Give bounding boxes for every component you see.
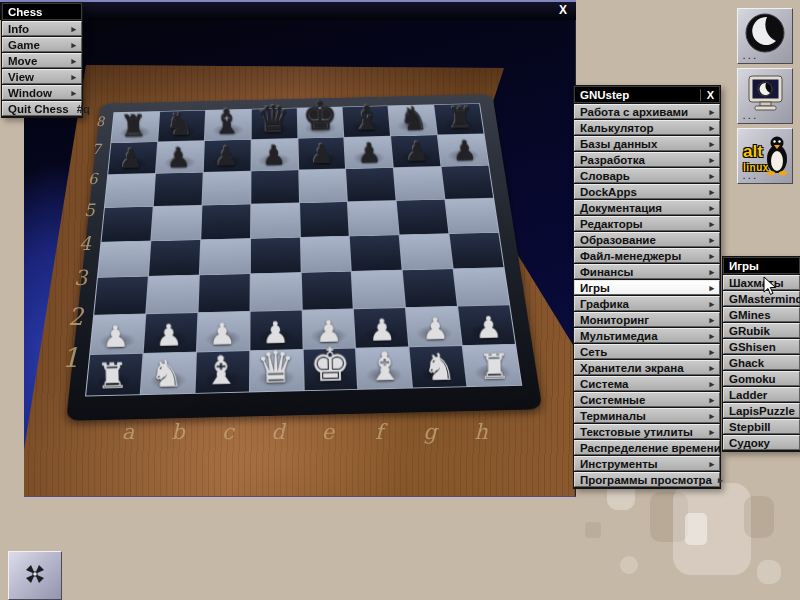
menu-item-шахматы[interactable]: Шахматы: [723, 275, 800, 290]
square-f5[interactable]: [348, 201, 399, 236]
menu-item-label: Терминалы: [580, 410, 646, 422]
menu-item-label: Образование: [580, 234, 656, 246]
square-b1[interactable]: ♞: [141, 353, 196, 395]
white-rook: ♜: [478, 349, 510, 385]
square-f7[interactable]: ♟: [345, 136, 393, 168]
piece-shadow: [303, 121, 338, 136]
menu-item-label: Сеть: [580, 346, 607, 358]
black-queen: ♛: [256, 100, 290, 138]
square-e8[interactable]: ♚: [297, 107, 343, 138]
mouse-cursor: [763, 276, 778, 297]
chess-menu-title-label: Chess: [8, 6, 43, 18]
menu-item-калькулятор[interactable]: Калькулятор▸: [574, 120, 720, 135]
square-a1[interactable]: ♜: [86, 354, 142, 396]
menu-item-window[interactable]: Window▸: [2, 85, 82, 100]
menu-item-базы-данных[interactable]: Базы данных▸: [574, 136, 720, 151]
wallpaper-shape: [685, 513, 707, 545]
square-h5[interactable]: [446, 198, 499, 233]
submenu-arrow-icon: ▸: [709, 203, 714, 213]
menu-item-label: Разработка: [580, 154, 645, 166]
menu-item-label: Судоку: [729, 437, 770, 449]
menu-item-game[interactable]: Game▸: [2, 37, 82, 52]
piece-shadow: [349, 119, 385, 134]
submenu-arrow-icon: ▸: [709, 459, 714, 469]
submenu-arrow-icon: ▸: [709, 379, 714, 389]
rank-label-8: 8: [96, 114, 104, 129]
square-h8[interactable]: ♜: [434, 104, 483, 135]
square-a4[interactable]: [98, 241, 150, 277]
menu-item-move[interactable]: Move▸: [2, 53, 82, 68]
square-b8[interactable]: ♞: [158, 111, 205, 142]
square-g6[interactable]: [394, 167, 444, 200]
square-b2[interactable]: ♟: [144, 313, 198, 353]
menu-item-view[interactable]: View▸: [2, 69, 82, 84]
submenu-arrow-icon: ▸: [718, 475, 723, 485]
rank-label-7: 7: [92, 141, 101, 157]
menu-item-grubik[interactable]: GRubik: [723, 323, 800, 338]
menu-item-игры[interactable]: Игры▸: [574, 280, 720, 295]
chess-window-titlebar[interactable]: X: [0, 0, 576, 20]
menu-item-label: Мультимедиа: [580, 330, 658, 342]
pinwheel-icon: [9, 552, 61, 597]
menu-item-label: Ghack: [729, 357, 764, 369]
black-rook: ♜: [446, 103, 474, 134]
square-a8[interactable]: ♜: [111, 112, 159, 143]
menu-item-label: Мониторинг: [580, 314, 649, 326]
submenu-arrow-icon: ▸: [709, 395, 714, 405]
black-knight: ♞: [399, 102, 428, 134]
menu-shortcut: #q: [77, 103, 90, 115]
menu-item-dockapps[interactable]: DockApps▸: [574, 184, 720, 199]
square-h6[interactable]: [442, 165, 493, 198]
black-king: ♚: [302, 96, 338, 136]
menu-item-label: Калькулятор: [580, 122, 653, 134]
submenu-arrow-icon: ▸: [709, 331, 714, 341]
menu-item-label: Словарь: [580, 170, 630, 182]
menu-item-файл-менеджеры[interactable]: Файл-менеджеры▸: [574, 248, 720, 263]
square-e3[interactable]: [301, 272, 353, 310]
submenu-arrow-icon: ▸: [709, 171, 714, 181]
board-frame: ♜♞♝♛♚♝♞♜♟♟♟♟♟♟♟♟♟♟♟♟♟♟♟♟♜♞♝♛♚♝♞♜: [66, 94, 543, 421]
square-b3[interactable]: [146, 276, 198, 314]
submenu-arrow-icon: ▸: [71, 24, 76, 34]
white-pawn: ♟: [209, 319, 236, 350]
square-f1[interactable]: ♝: [356, 347, 412, 389]
menu-item-gshisen[interactable]: GShisen: [723, 339, 800, 354]
submenu-arrow-icon: ▸: [709, 155, 714, 165]
wallpaper-shape: [744, 496, 774, 538]
rank-label-5: 5: [84, 200, 95, 220]
piece-shadow: [209, 154, 245, 170]
file-label-a: a: [122, 420, 135, 444]
menu-item-мониторинг[interactable]: Мониторинг▸: [574, 312, 720, 327]
square-a3[interactable]: [94, 277, 147, 315]
menu-item-lapispuzzle[interactable]: LapisPuzzle: [723, 403, 800, 418]
file-label-f: f: [375, 420, 383, 444]
gnustep-sphere-icon: [738, 9, 792, 59]
square-f3[interactable]: [352, 271, 405, 309]
alt-text: alt: [743, 142, 763, 161]
white-pawn: ♟: [368, 315, 395, 346]
square-g5[interactable]: [397, 199, 449, 234]
square-d8[interactable]: ♛: [251, 108, 297, 139]
white-bishop: ♝: [367, 347, 403, 387]
menu-item-разработка[interactable]: Разработка▸: [574, 152, 720, 167]
menu-item-label: LapisPuzzle: [729, 405, 795, 417]
menu-item-label: Распределение времени: [580, 442, 721, 454]
menu-item-gmines[interactable]: GMines: [723, 307, 800, 322]
square-g3[interactable]: [403, 269, 457, 307]
white-queen: ♛: [256, 345, 296, 390]
black-bishop: ♝: [212, 104, 243, 138]
chess-menu-title[interactable]: Chess: [2, 3, 82, 20]
menu-item-распределение-времени[interactable]: Распределение времени▸: [574, 440, 720, 455]
square-b5[interactable]: [151, 205, 201, 240]
submenu-arrow-icon: ▸: [709, 427, 714, 437]
black-pawn: ♟: [357, 139, 382, 166]
black-pawn: ♟: [167, 144, 192, 171]
square-h2[interactable]: ♟: [458, 306, 515, 346]
menu-item-label: Системные: [580, 394, 645, 406]
submenu-arrow-icon: ▸: [709, 187, 714, 197]
submenu-arrow-icon: ▸: [709, 139, 714, 149]
square-c6[interactable]: [202, 171, 250, 204]
menu-item-label: Документация: [580, 202, 662, 214]
dock-tile-altlinux[interactable]: alt linux ...: [737, 128, 793, 184]
dock-tile-gnustep[interactable]: ...: [737, 8, 793, 64]
menu-close-icon[interactable]: X: [700, 89, 714, 101]
penguin-icon: [764, 135, 790, 175]
piece-shadow: [257, 122, 292, 137]
piece-shadow: [395, 118, 431, 133]
chess-window: ♜♞♝♛♚♝♞♜♟♟♟♟♟♟♟♟♟♟♟♟♟♟♟♟♜♞♝♛♚♝♞♜ 8765432…: [24, 20, 576, 497]
menu-item-судоку[interactable]: Судоку: [723, 435, 800, 450]
submenu-arrow-icon: ▸: [71, 40, 76, 50]
square-d3[interactable]: [250, 273, 301, 311]
menu-item-хранители-экрана[interactable]: Хранители экрана▸: [574, 360, 720, 375]
black-pawn: ♟: [309, 141, 334, 168]
square-h3[interactable]: [454, 268, 509, 306]
menu-item-label: Игры: [580, 282, 610, 294]
submenu-arrow-icon: ▸: [709, 363, 714, 373]
menu-item-quit-chess[interactable]: Quit Chess#q: [2, 101, 82, 116]
menu-item-редакторы[interactable]: Редакторы▸: [574, 216, 720, 231]
dock-tile-fiend[interactable]: [8, 551, 62, 600]
menu-item-label: Хранители экрана: [580, 362, 684, 374]
submenu-arrow-icon: ▸: [709, 411, 714, 421]
rank-label-4: 4: [79, 232, 91, 254]
square-c8[interactable]: ♝: [205, 109, 251, 140]
menu-item-stepbill[interactable]: Stepbill: [723, 419, 800, 434]
menu-item-финансы[interactable]: Финансы▸: [574, 264, 720, 279]
submenu-arrow-icon: ▸: [709, 347, 714, 357]
piece-shadow: [441, 117, 477, 132]
piece-shadow: [351, 150, 387, 165]
square-e5[interactable]: [300, 202, 350, 237]
menu-item-label: View: [8, 71, 34, 83]
gnustep-menu-title-label: GNUstep: [580, 89, 629, 101]
piece-shadow: [117, 125, 153, 140]
file-label-b: b: [171, 420, 184, 444]
menu-item-label: Работа с архивами: [580, 106, 688, 118]
white-rook: ♜: [97, 358, 129, 394]
menu-item-программы-просмотра[interactable]: Программы просмотра▸: [574, 472, 720, 487]
menu-item-label: Game: [8, 39, 40, 51]
menu-item-gmastermind[interactable]: GMastermind: [723, 291, 800, 306]
square-d7[interactable]: ♟: [251, 139, 298, 171]
black-pawn: ♟: [214, 143, 239, 170]
window-close-button[interactable]: X: [555, 3, 571, 18]
white-pawn: ♟: [421, 314, 448, 345]
menu-item-графика[interactable]: Графика▸: [574, 296, 720, 311]
square-e7[interactable]: ♟: [298, 137, 345, 169]
square-c5[interactable]: [201, 204, 250, 239]
submenu-arrow-icon: ▸: [709, 283, 714, 293]
chess-menu: Chess Info▸Game▸Move▸View▸Window▸Quit Ch…: [1, 2, 83, 118]
menu-item-label: Gomoku: [729, 373, 776, 385]
wallpaper-shape: [585, 522, 601, 538]
white-knight: ♞: [150, 354, 184, 392]
square-c7[interactable]: ♟: [203, 140, 250, 172]
chess-board: ♜♞♝♛♚♝♞♜♟♟♟♟♟♟♟♟♟♟♟♟♟♟♟♟♜♞♝♛♚♝♞♜: [80, 20, 521, 468]
square-c1[interactable]: ♝: [195, 351, 249, 393]
square-f8[interactable]: ♝: [343, 106, 390, 137]
menu-item-label: Система: [580, 378, 628, 390]
menu-item-info[interactable]: Info▸: [2, 21, 82, 36]
chess-menu-items: Info▸Game▸Move▸View▸Window▸Quit Chess#q: [2, 21, 82, 116]
games-submenu-title[interactable]: Игры: [723, 257, 800, 274]
menu-item-label: Текстовые утилиты: [580, 426, 693, 438]
black-rook: ♜: [120, 110, 148, 141]
tile-dots: ...: [742, 113, 758, 121]
square-a7[interactable]: ♟: [108, 142, 157, 174]
board-grid: ♜♞♝♛♚♝♞♜♟♟♟♟♟♟♟♟♟♟♟♟♟♟♟♟♜♞♝♛♚♝♞♜: [85, 103, 522, 396]
file-label-c: c: [222, 420, 234, 444]
games-submenu-items: ШахматыGMastermindGMinesGRubikGShisenGha…: [723, 275, 800, 450]
submenu-arrow-icon: ▸: [709, 251, 714, 261]
piece-shadow: [304, 151, 340, 166]
menu-item-label: Stepbill: [729, 421, 771, 433]
menu-item-система[interactable]: Система▸: [574, 376, 720, 391]
file-label-d: d: [271, 420, 284, 444]
black-pawn: ♟: [119, 145, 144, 172]
square-b6[interactable]: [154, 172, 203, 205]
rank-label-3: 3: [74, 266, 87, 290]
menu-item-label: Базы данных: [580, 138, 657, 150]
square-c2[interactable]: ♟: [197, 312, 249, 352]
piece-shadow: [398, 149, 435, 164]
piece-shadow: [210, 123, 245, 138]
menu-item-gomoku[interactable]: Gomoku: [723, 371, 800, 386]
black-pawn: ♟: [405, 138, 430, 165]
menu-item-label: DockApps: [580, 186, 637, 198]
submenu-arrow-icon: ▸: [709, 219, 714, 229]
piece-shadow: [162, 155, 198, 171]
square-a2[interactable]: ♟: [90, 314, 145, 354]
menu-item-системные[interactable]: Системные▸: [574, 392, 720, 407]
white-knight: ♞: [422, 348, 456, 386]
dock-tile-gworkspace[interactable]: ...: [737, 68, 793, 124]
black-pawn: ♟: [262, 142, 287, 169]
submenu-arrow-icon: ▸: [709, 315, 714, 325]
games-submenu-title-label: Игры: [729, 260, 759, 272]
menu-item-label: Quit Chess: [8, 103, 69, 115]
menu-item-инструменты[interactable]: Инструменты▸: [574, 456, 720, 471]
black-bishop: ♝: [351, 101, 382, 135]
menu-item-label: Финансы: [580, 266, 633, 278]
white-king: ♚: [309, 342, 351, 389]
menu-item-label: Move: [8, 55, 37, 67]
menu-item-label: Редакторы: [580, 218, 643, 230]
square-a6[interactable]: [105, 174, 155, 207]
submenu-arrow-icon: ▸: [71, 72, 76, 82]
rank-label-2: 2: [68, 303, 83, 331]
piece-shadow: [445, 148, 482, 163]
menu-item-образование[interactable]: Образование▸: [574, 232, 720, 247]
rank-label-6: 6: [88, 170, 98, 188]
menu-item-label: Программы просмотра: [580, 474, 712, 486]
menu-item-документация[interactable]: Документация▸: [574, 200, 720, 215]
menu-item-label: Инструменты: [580, 458, 658, 470]
submenu-arrow-icon: ▸: [709, 123, 714, 133]
piece-shadow: [164, 124, 199, 139]
menu-item-label: GRubik: [729, 325, 770, 337]
square-c3[interactable]: [198, 274, 249, 312]
menu-item-label: Ladder: [729, 389, 767, 401]
gnustep-menu-items: Работа с архивами▸Калькулятор▸Базы данны…: [574, 104, 720, 487]
rank-label-1: 1: [62, 342, 79, 373]
square-e4[interactable]: [300, 236, 351, 272]
file-label-g: g: [423, 420, 436, 444]
square-e1[interactable]: ♚: [303, 349, 357, 391]
wallpaper-shape: [620, 556, 638, 574]
menu-item-ladder[interactable]: Ladder: [723, 387, 800, 402]
tile-dots: ...: [742, 173, 758, 181]
submenu-arrow-icon: ▸: [71, 88, 76, 98]
black-pawn: ♟: [452, 137, 477, 164]
menu-item-label: Графика: [580, 298, 629, 310]
square-g8[interactable]: ♞: [389, 105, 437, 136]
menu-item-сеть[interactable]: Сеть▸: [574, 344, 720, 359]
square-h4[interactable]: [450, 232, 504, 268]
square-h1[interactable]: ♜: [463, 345, 521, 387]
piece-shadow: [257, 152, 292, 167]
square-b7[interactable]: ♟: [156, 141, 204, 173]
white-pawn: ♟: [475, 313, 502, 344]
square-a5[interactable]: [102, 207, 153, 242]
menu-item-словарь[interactable]: Словарь▸: [574, 168, 720, 183]
menu-item-label: Файл-менеджеры: [580, 250, 681, 262]
menu-item-текстовые-утилиты[interactable]: Текстовые утилиты▸: [574, 424, 720, 439]
submenu-arrow-icon: ▸: [709, 107, 714, 117]
piece-shadow: [114, 156, 150, 172]
submenu-arrow-icon: ▸: [71, 56, 76, 66]
tile-dots: ...: [742, 53, 758, 61]
square-g4[interactable]: [400, 234, 453, 270]
menu-item-label: GShisen: [729, 341, 776, 353]
menu-item-label: Window: [8, 87, 52, 99]
square-d1[interactable]: ♛: [250, 350, 303, 392]
white-pawn: ♟: [156, 321, 183, 352]
white-pawn: ♟: [102, 322, 129, 353]
square-d4[interactable]: [250, 237, 300, 273]
square-d5[interactable]: [251, 203, 300, 238]
black-knight: ♞: [166, 107, 195, 139]
menu-item-терминалы[interactable]: Терминалы▸: [574, 408, 720, 423]
white-bishop: ♝: [203, 351, 239, 391]
square-d6[interactable]: [251, 170, 299, 203]
square-c4[interactable]: [200, 238, 250, 274]
square-h7[interactable]: ♟: [438, 134, 488, 166]
submenu-arrow-icon: ▸: [709, 235, 714, 245]
submenu-arrow-icon: ▸: [709, 299, 714, 309]
file-label-e: e: [322, 420, 334, 444]
games-submenu: Игры ШахматыGMastermindGMinesGRubikGShis…: [722, 256, 800, 452]
submenu-arrow-icon: ▸: [709, 267, 714, 277]
menu-item-работа-с-архивами[interactable]: Работа с архивами▸: [574, 104, 720, 119]
square-f4[interactable]: [350, 235, 402, 271]
file-label-h: h: [474, 420, 488, 444]
square-g2[interactable]: ♟: [406, 307, 461, 347]
square-e6[interactable]: [299, 169, 347, 202]
menu-item-ghack[interactable]: Ghack: [723, 355, 800, 370]
menu-item-label: GMines: [729, 309, 771, 321]
square-g1[interactable]: ♞: [410, 346, 467, 388]
gnustep-menu-title[interactable]: GNUstep X: [574, 86, 720, 103]
square-f6[interactable]: [346, 168, 395, 201]
square-b4[interactable]: [149, 240, 200, 276]
square-g7[interactable]: ♟: [391, 135, 440, 167]
gnustep-menu: GNUstep X Работа с архивами▸Калькулятор▸…: [573, 85, 721, 489]
square-f2[interactable]: ♟: [354, 308, 408, 348]
wallpaper-shape: [757, 560, 781, 584]
menu-item-мультимедиа[interactable]: Мультимедиа▸: [574, 328, 720, 343]
menu-item-label: Info: [8, 23, 29, 35]
